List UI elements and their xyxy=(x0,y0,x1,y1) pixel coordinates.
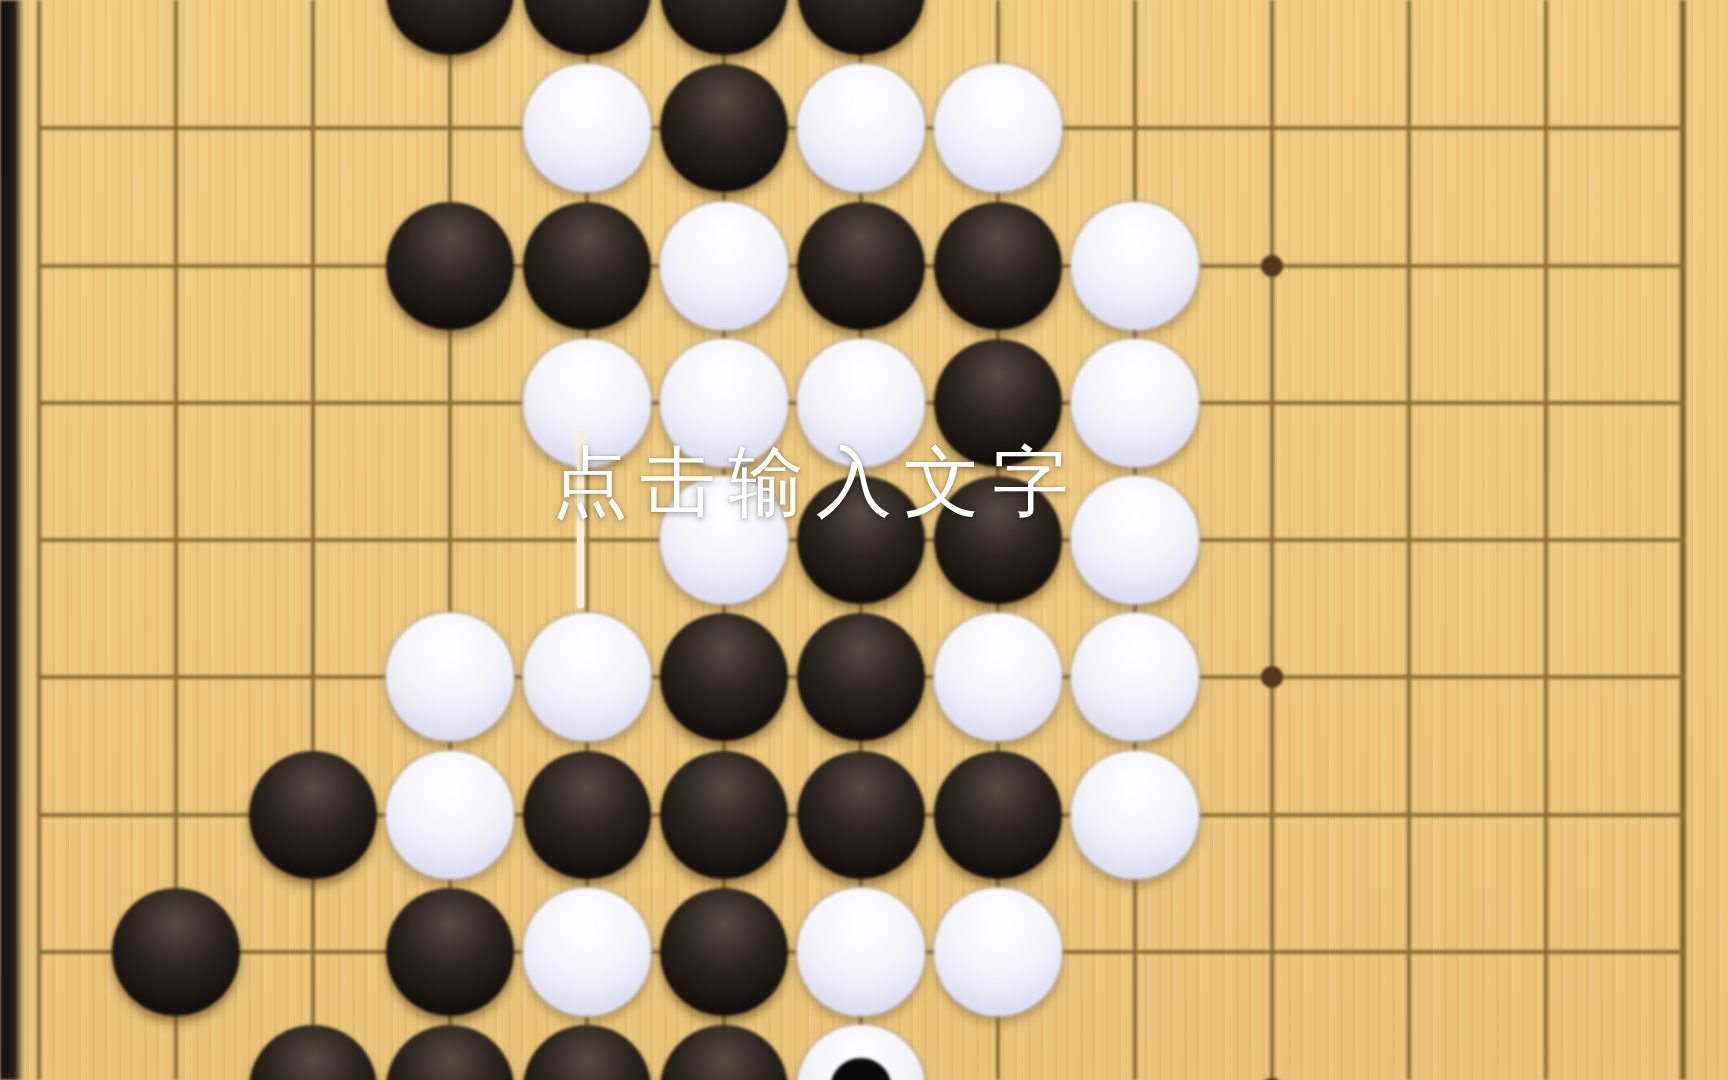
placeholder-text[interactable]: 点击输入文字 xyxy=(552,444,1080,520)
go-board-screen: 点击输入文字 xyxy=(0,0,1728,1080)
caption-overlay: 点击输入文字 xyxy=(0,0,1728,1080)
